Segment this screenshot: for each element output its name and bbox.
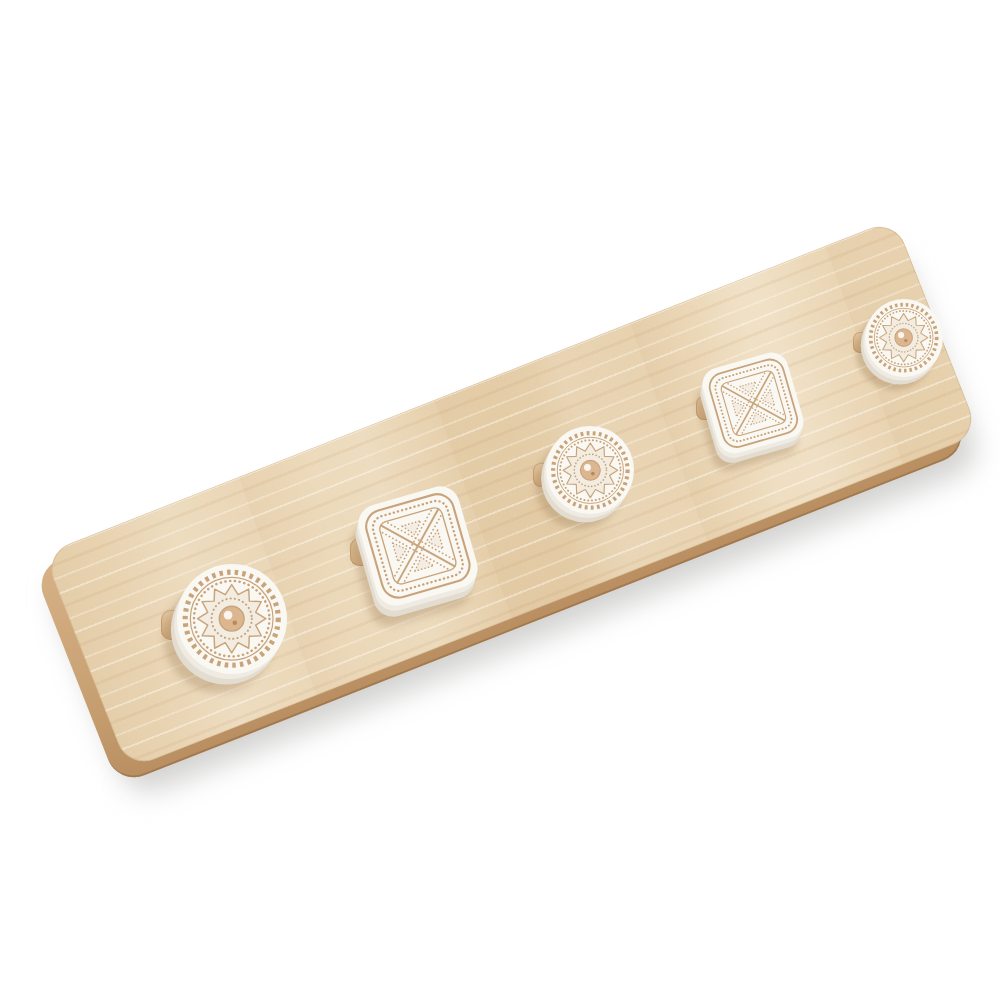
rack-knob-2-square (366, 494, 470, 598)
dotted-x-diamond-pattern-icon (702, 352, 804, 454)
knob-face-round (546, 426, 634, 514)
mandala-sun-pattern-icon (549, 429, 632, 512)
product-photo-scene (0, 0, 1002, 1002)
rack-knob-4-square (709, 359, 797, 447)
dotted-x-diamond-pattern-icon (358, 486, 479, 607)
knob-face-square (699, 349, 808, 458)
rack-knob-3-round (546, 426, 634, 514)
mandala-sun-pattern-icon (180, 567, 283, 670)
rack-knob-5-round (865, 299, 943, 377)
mandala-sun-pattern-icon (867, 301, 940, 374)
knob-face-round (865, 299, 943, 377)
knob-face-square (354, 482, 483, 611)
rack-knob-1-round (177, 564, 287, 674)
knob-face-round (177, 564, 287, 674)
